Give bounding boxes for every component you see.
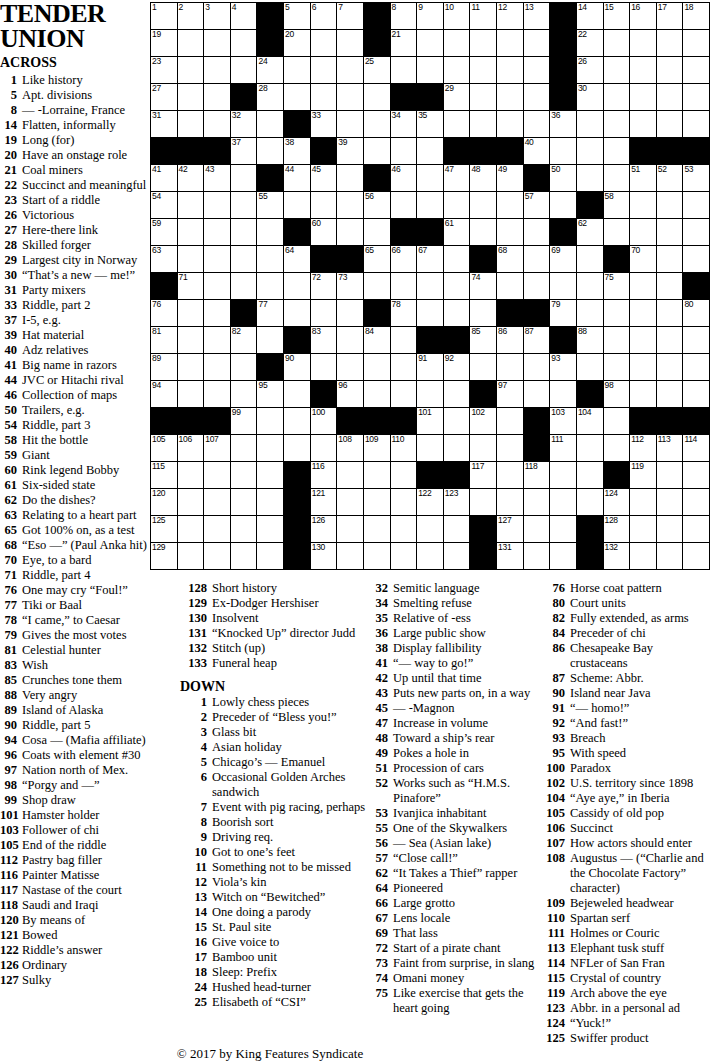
grid-cell[interactable] — [524, 111, 550, 137]
grid-cell[interactable]: 64 — [284, 246, 310, 272]
grid-cell[interactable] — [444, 273, 470, 299]
grid-cell[interactable]: 43 — [204, 165, 230, 191]
grid-cell[interactable] — [311, 354, 337, 380]
grid-cell[interactable]: 71 — [178, 273, 204, 299]
grid-cell[interactable]: 50 — [550, 165, 576, 191]
grid-cell[interactable] — [178, 111, 204, 137]
grid-cell[interactable]: 52 — [657, 165, 683, 191]
grid-cell[interactable]: 113 — [657, 435, 683, 461]
grid-cell[interactable] — [204, 300, 230, 326]
grid-cell[interactable] — [444, 543, 470, 569]
grid-cell[interactable]: 87 — [524, 327, 550, 353]
grid-cell[interactable] — [497, 84, 523, 110]
grid-cell[interactable]: 122 — [417, 489, 443, 515]
grid-cell[interactable] — [231, 57, 257, 83]
grid-cell[interactable] — [284, 300, 310, 326]
grid-cell[interactable] — [683, 381, 709, 407]
grid-cell[interactable] — [444, 246, 470, 272]
grid-cell[interactable] — [657, 516, 683, 542]
grid-cell[interactable]: 111 — [550, 435, 576, 461]
grid-cell[interactable] — [391, 327, 417, 353]
grid-cell[interactable] — [604, 219, 630, 245]
grid-cell[interactable] — [604, 138, 630, 164]
grid-cell[interactable] — [257, 489, 283, 515]
grid-cell[interactable]: 18 — [683, 3, 709, 29]
grid-cell[interactable] — [337, 192, 363, 218]
grid-cell[interactable] — [231, 354, 257, 380]
grid-cell[interactable] — [337, 354, 363, 380]
grid-cell[interactable] — [364, 354, 390, 380]
grid-cell[interactable] — [683, 516, 709, 542]
grid-cell[interactable]: 79 — [550, 300, 576, 326]
grid-cell[interactable]: 29 — [444, 84, 470, 110]
grid-cell[interactable]: 93 — [550, 354, 576, 380]
grid-cell[interactable] — [550, 273, 576, 299]
grid-cell[interactable]: 56 — [364, 192, 390, 218]
grid-cell[interactable]: 129 — [151, 543, 177, 569]
grid-cell[interactable]: 83 — [311, 327, 337, 353]
grid-cell[interactable]: 42 — [178, 165, 204, 191]
grid-cell[interactable] — [550, 462, 576, 488]
grid-cell[interactable] — [364, 111, 390, 137]
grid-cell[interactable] — [178, 30, 204, 56]
grid-cell[interactable] — [284, 381, 310, 407]
grid-cell[interactable] — [470, 84, 496, 110]
grid-cell[interactable] — [231, 516, 257, 542]
grid-cell[interactable] — [257, 138, 283, 164]
grid-cell[interactable] — [550, 543, 576, 569]
grid-cell[interactable] — [178, 192, 204, 218]
grid-cell[interactable]: 57 — [524, 192, 550, 218]
grid-cell[interactable] — [524, 246, 550, 272]
grid-cell[interactable] — [657, 111, 683, 137]
grid-cell[interactable] — [524, 84, 550, 110]
grid-cell[interactable]: 88 — [577, 327, 603, 353]
grid-cell[interactable] — [604, 435, 630, 461]
grid-cell[interactable]: 27 — [151, 84, 177, 110]
grid-cell[interactable]: 102 — [470, 408, 496, 434]
grid-cell[interactable]: 114 — [683, 435, 709, 461]
grid-cell[interactable] — [524, 489, 550, 515]
grid-cell[interactable]: 1 — [151, 3, 177, 29]
grid-cell[interactable]: 101 — [417, 408, 443, 434]
grid-cell[interactable] — [337, 462, 363, 488]
grid-cell[interactable] — [364, 381, 390, 407]
grid-cell[interactable]: 39 — [337, 138, 363, 164]
grid-cell[interactable] — [178, 354, 204, 380]
grid-cell[interactable] — [444, 30, 470, 56]
grid-cell[interactable] — [391, 354, 417, 380]
grid-cell[interactable] — [470, 354, 496, 380]
grid-cell[interactable]: 15 — [604, 3, 630, 29]
grid-cell[interactable] — [257, 273, 283, 299]
grid-cell[interactable] — [683, 219, 709, 245]
grid-cell[interactable]: 97 — [497, 381, 523, 407]
grid-cell[interactable]: 74 — [470, 273, 496, 299]
grid-cell[interactable]: 37 — [231, 138, 257, 164]
grid-cell[interactable] — [284, 84, 310, 110]
grid-cell[interactable]: 46 — [391, 165, 417, 191]
grid-cell[interactable]: 51 — [630, 165, 656, 191]
grid-cell[interactable] — [497, 489, 523, 515]
grid-cell[interactable] — [657, 300, 683, 326]
grid-cell[interactable]: 124 — [604, 489, 630, 515]
grid-cell[interactable] — [231, 246, 257, 272]
grid-cell[interactable]: 55 — [257, 192, 283, 218]
grid-cell[interactable] — [577, 138, 603, 164]
grid-cell[interactable] — [178, 489, 204, 515]
grid-cell[interactable]: 61 — [444, 219, 470, 245]
grid-cell[interactable] — [683, 246, 709, 272]
grid-cell[interactable]: 9 — [417, 3, 443, 29]
grid-cell[interactable] — [284, 435, 310, 461]
grid-cell[interactable] — [337, 84, 363, 110]
grid-cell[interactable] — [204, 111, 230, 137]
grid-cell[interactable]: 92 — [444, 354, 470, 380]
grid-cell[interactable]: 116 — [311, 462, 337, 488]
grid-cell[interactable] — [178, 219, 204, 245]
grid-cell[interactable] — [683, 354, 709, 380]
grid-cell[interactable] — [497, 57, 523, 83]
grid-cell[interactable] — [417, 300, 443, 326]
grid-cell[interactable]: 36 — [550, 111, 576, 137]
grid-cell[interactable] — [311, 84, 337, 110]
grid-cell[interactable]: 81 — [151, 327, 177, 353]
grid-cell[interactable]: 72 — [311, 273, 337, 299]
grid-cell[interactable]: 13 — [524, 3, 550, 29]
grid-cell[interactable] — [497, 30, 523, 56]
grid-cell[interactable] — [630, 57, 656, 83]
grid-cell[interactable] — [630, 381, 656, 407]
grid-cell[interactable] — [364, 543, 390, 569]
grid-cell[interactable] — [257, 408, 283, 434]
grid-cell[interactable] — [284, 408, 310, 434]
grid-cell[interactable] — [604, 300, 630, 326]
grid-cell[interactable] — [630, 192, 656, 218]
grid-cell[interactable] — [231, 192, 257, 218]
grid-cell[interactable]: 10 — [444, 3, 470, 29]
grid-cell[interactable] — [284, 273, 310, 299]
grid-cell[interactable]: 77 — [257, 300, 283, 326]
grid-cell[interactable]: 38 — [284, 138, 310, 164]
grid-cell[interactable] — [550, 192, 576, 218]
grid-cell[interactable]: 23 — [151, 57, 177, 83]
grid-cell[interactable] — [444, 435, 470, 461]
grid-cell[interactable] — [524, 57, 550, 83]
grid-cell[interactable] — [364, 138, 390, 164]
grid-cell[interactable] — [257, 516, 283, 542]
grid-cell[interactable]: 59 — [151, 219, 177, 245]
grid-cell[interactable]: 95 — [257, 381, 283, 407]
grid-cell[interactable]: 82 — [231, 327, 257, 353]
grid-cell[interactable] — [604, 84, 630, 110]
grid-cell[interactable]: 49 — [497, 165, 523, 191]
grid-cell[interactable]: 125 — [151, 516, 177, 542]
grid-cell[interactable] — [604, 354, 630, 380]
grid-cell[interactable]: 117 — [470, 462, 496, 488]
grid-cell[interactable] — [178, 543, 204, 569]
grid-cell[interactable] — [524, 381, 550, 407]
grid-cell[interactable] — [257, 327, 283, 353]
grid-cell[interactable] — [417, 435, 443, 461]
grid-cell[interactable]: 45 — [311, 165, 337, 191]
grid-cell[interactable] — [364, 516, 390, 542]
grid-cell[interactable] — [364, 219, 390, 245]
grid-cell[interactable] — [391, 543, 417, 569]
grid-cell[interactable] — [391, 192, 417, 218]
grid-cell[interactable] — [470, 489, 496, 515]
grid-cell[interactable]: 126 — [311, 516, 337, 542]
grid-cell[interactable] — [550, 381, 576, 407]
grid-cell[interactable] — [204, 192, 230, 218]
grid-cell[interactable]: 68 — [497, 246, 523, 272]
grid-cell[interactable] — [657, 327, 683, 353]
grid-cell[interactable] — [391, 462, 417, 488]
grid-cell[interactable] — [364, 462, 390, 488]
grid-cell[interactable] — [497, 192, 523, 218]
grid-cell[interactable] — [657, 354, 683, 380]
grid-cell[interactable]: 109 — [364, 435, 390, 461]
grid-cell[interactable]: 21 — [391, 30, 417, 56]
grid-cell[interactable] — [577, 435, 603, 461]
grid-cell[interactable] — [524, 219, 550, 245]
grid-cell[interactable] — [204, 84, 230, 110]
grid-cell[interactable]: 103 — [550, 408, 576, 434]
grid-cell[interactable] — [417, 543, 443, 569]
grid-cell[interactable] — [630, 489, 656, 515]
grid-cell[interactable] — [178, 381, 204, 407]
grid-cell[interactable]: 2 — [178, 3, 204, 29]
grid-cell[interactable]: 32 — [231, 111, 257, 137]
grid-cell[interactable]: 60 — [311, 219, 337, 245]
grid-cell[interactable] — [630, 219, 656, 245]
grid-cell[interactable] — [497, 219, 523, 245]
grid-cell[interactable] — [204, 57, 230, 83]
grid-cell[interactable]: 44 — [284, 165, 310, 191]
grid-cell[interactable] — [577, 462, 603, 488]
grid-cell[interactable]: 3 — [204, 3, 230, 29]
grid-cell[interactable]: 47 — [444, 165, 470, 191]
grid-cell[interactable] — [337, 516, 363, 542]
grid-cell[interactable] — [204, 354, 230, 380]
grid-cell[interactable] — [470, 219, 496, 245]
grid-cell[interactable] — [204, 273, 230, 299]
grid-cell[interactable]: 11 — [470, 3, 496, 29]
grid-cell[interactable] — [604, 111, 630, 137]
grid-cell[interactable] — [577, 489, 603, 515]
grid-cell[interactable]: 30 — [577, 84, 603, 110]
grid-cell[interactable]: 26 — [577, 57, 603, 83]
grid-cell[interactable]: 25 — [364, 57, 390, 83]
grid-cell[interactable]: 86 — [497, 327, 523, 353]
grid-cell[interactable]: 7 — [337, 3, 363, 29]
grid-cell[interactable] — [550, 489, 576, 515]
grid-cell[interactable] — [683, 489, 709, 515]
grid-cell[interactable] — [337, 327, 363, 353]
grid-cell[interactable] — [231, 543, 257, 569]
grid-cell[interactable] — [497, 462, 523, 488]
grid-cell[interactable] — [470, 57, 496, 83]
grid-cell[interactable] — [391, 381, 417, 407]
grid-cell[interactable]: 14 — [577, 3, 603, 29]
grid-cell[interactable] — [337, 219, 363, 245]
grid-cell[interactable] — [284, 57, 310, 83]
grid-cell[interactable]: 110 — [391, 435, 417, 461]
grid-cell[interactable] — [257, 462, 283, 488]
grid-cell[interactable] — [204, 381, 230, 407]
grid-cell[interactable] — [683, 543, 709, 569]
grid-cell[interactable] — [657, 84, 683, 110]
grid-cell[interactable] — [444, 381, 470, 407]
grid-cell[interactable] — [311, 57, 337, 83]
grid-cell[interactable]: 73 — [337, 273, 363, 299]
grid-cell[interactable] — [524, 273, 550, 299]
grid-cell[interactable]: 94 — [151, 381, 177, 407]
grid-cell[interactable] — [417, 165, 443, 191]
grid-cell[interactable] — [470, 111, 496, 137]
grid-cell[interactable] — [364, 489, 390, 515]
grid-cell[interactable]: 76 — [151, 300, 177, 326]
grid-cell[interactable]: 17 — [657, 3, 683, 29]
grid-cell[interactable] — [337, 489, 363, 515]
grid-cell[interactable]: 131 — [497, 543, 523, 569]
grid-cell[interactable] — [497, 408, 523, 434]
grid-cell[interactable] — [630, 111, 656, 137]
grid-cell[interactable] — [444, 57, 470, 83]
grid-cell[interactable]: 24 — [257, 57, 283, 83]
grid-cell[interactable] — [577, 111, 603, 137]
grid-cell[interactable]: 121 — [311, 489, 337, 515]
grid-cell[interactable]: 34 — [391, 111, 417, 137]
grid-cell[interactable] — [391, 138, 417, 164]
grid-cell[interactable] — [178, 300, 204, 326]
grid-cell[interactable]: 100 — [311, 408, 337, 434]
grid-cell[interactable] — [257, 111, 283, 137]
grid-cell[interactable]: 108 — [337, 435, 363, 461]
grid-cell[interactable]: 6 — [311, 3, 337, 29]
grid-cell[interactable] — [630, 354, 656, 380]
grid-cell[interactable] — [364, 84, 390, 110]
grid-cell[interactable] — [417, 30, 443, 56]
grid-cell[interactable]: 106 — [178, 435, 204, 461]
grid-cell[interactable] — [683, 84, 709, 110]
grid-cell[interactable] — [444, 300, 470, 326]
grid-cell[interactable] — [577, 273, 603, 299]
grid-cell[interactable]: 28 — [257, 84, 283, 110]
grid-cell[interactable]: 120 — [151, 489, 177, 515]
grid-cell[interactable] — [630, 273, 656, 299]
grid-cell[interactable]: 19 — [151, 30, 177, 56]
grid-cell[interactable]: 70 — [630, 246, 656, 272]
grid-cell[interactable] — [257, 246, 283, 272]
grid-cell[interactable] — [524, 354, 550, 380]
grid-cell[interactable] — [417, 57, 443, 83]
grid-cell[interactable] — [657, 543, 683, 569]
grid-cell[interactable]: 127 — [497, 516, 523, 542]
grid-cell[interactable]: 58 — [604, 192, 630, 218]
grid-cell[interactable]: 66 — [391, 246, 417, 272]
grid-cell[interactable] — [204, 543, 230, 569]
grid-cell[interactable] — [577, 354, 603, 380]
grid-cell[interactable]: 78 — [391, 300, 417, 326]
grid-cell[interactable] — [550, 138, 576, 164]
grid-cell[interactable] — [630, 84, 656, 110]
grid-cell[interactable] — [337, 111, 363, 137]
grid-cell[interactable] — [470, 30, 496, 56]
grid-cell[interactable] — [178, 84, 204, 110]
grid-cell[interactable] — [391, 273, 417, 299]
grid-cell[interactable] — [364, 273, 390, 299]
grid-cell[interactable] — [683, 57, 709, 83]
grid-cell[interactable]: 107 — [204, 435, 230, 461]
grid-cell[interactable]: 89 — [151, 354, 177, 380]
grid-cell[interactable] — [444, 408, 470, 434]
grid-cell[interactable] — [204, 516, 230, 542]
grid-cell[interactable]: 69 — [550, 246, 576, 272]
grid-cell[interactable]: 5 — [284, 3, 310, 29]
grid-cell[interactable] — [604, 165, 630, 191]
grid-cell[interactable] — [337, 165, 363, 191]
grid-cell[interactable] — [231, 462, 257, 488]
grid-cell[interactable] — [231, 435, 257, 461]
grid-cell[interactable] — [231, 273, 257, 299]
grid-cell[interactable] — [204, 327, 230, 353]
grid-cell[interactable]: 90 — [284, 354, 310, 380]
grid-cell[interactable] — [257, 543, 283, 569]
grid-cell[interactable]: 104 — [577, 408, 603, 434]
grid-cell[interactable] — [657, 30, 683, 56]
grid-cell[interactable]: 98 — [604, 381, 630, 407]
grid-cell[interactable] — [444, 192, 470, 218]
grid-cell[interactable] — [337, 57, 363, 83]
grid-cell[interactable] — [417, 516, 443, 542]
grid-cell[interactable]: 33 — [311, 111, 337, 137]
grid-cell[interactable] — [657, 192, 683, 218]
grid-cell[interactable]: 8 — [391, 3, 417, 29]
grid-cell[interactable] — [683, 327, 709, 353]
grid-cell[interactable] — [497, 435, 523, 461]
grid-cell[interactable]: 85 — [470, 327, 496, 353]
grid-cell[interactable] — [417, 138, 443, 164]
grid-cell[interactable]: 40 — [524, 138, 550, 164]
grid-cell[interactable] — [524, 516, 550, 542]
grid-cell[interactable] — [497, 111, 523, 137]
grid-cell[interactable] — [630, 516, 656, 542]
grid-cell[interactable]: 62 — [577, 219, 603, 245]
grid-cell[interactable]: 20 — [284, 30, 310, 56]
grid-cell[interactable]: 80 — [683, 300, 709, 326]
grid-cell[interactable]: 16 — [630, 3, 656, 29]
grid-cell[interactable] — [577, 165, 603, 191]
grid-cell[interactable] — [231, 30, 257, 56]
grid-cell[interactable] — [391, 516, 417, 542]
grid-cell[interactable] — [204, 30, 230, 56]
grid-cell[interactable] — [204, 489, 230, 515]
grid-cell[interactable] — [604, 408, 630, 434]
grid-cell[interactable] — [231, 165, 257, 191]
grid-cell[interactable]: 99 — [231, 408, 257, 434]
grid-cell[interactable]: 115 — [151, 462, 177, 488]
grid-cell[interactable]: 22 — [577, 30, 603, 56]
grid-cell[interactable] — [178, 327, 204, 353]
grid-cell[interactable]: 105 — [151, 435, 177, 461]
grid-cell[interactable] — [470, 300, 496, 326]
grid-cell[interactable] — [683, 462, 709, 488]
grid-cell[interactable]: 84 — [364, 327, 390, 353]
grid-cell[interactable] — [604, 327, 630, 353]
grid-cell[interactable] — [524, 30, 550, 56]
grid-cell[interactable]: 128 — [604, 516, 630, 542]
